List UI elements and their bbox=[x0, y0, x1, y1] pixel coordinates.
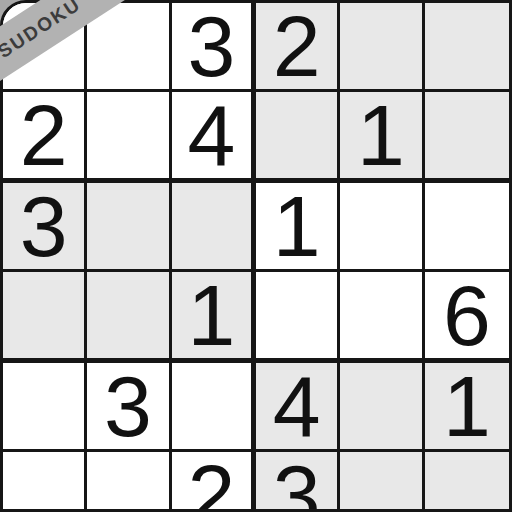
cell-r4c3[interactable]: 1 bbox=[172, 272, 256, 363]
cell-r5c3[interactable] bbox=[172, 363, 256, 452]
cell-r4c4[interactable] bbox=[256, 272, 340, 363]
cell-r1c3[interactable]: 3 bbox=[172, 3, 256, 92]
cell-r3c2[interactable] bbox=[87, 183, 171, 272]
sudoku-board: 32241311634123 bbox=[0, 0, 512, 512]
cell-r3c6[interactable] bbox=[425, 183, 509, 272]
cell-r4c2[interactable] bbox=[87, 272, 171, 363]
cell-r3c1[interactable]: 3 bbox=[3, 183, 87, 272]
cell-r1c4[interactable]: 2 bbox=[256, 3, 340, 92]
cell-r2c4[interactable] bbox=[256, 92, 340, 183]
cell-r3c3[interactable] bbox=[172, 183, 256, 272]
cell-r5c4[interactable]: 4 bbox=[256, 363, 340, 452]
cell-r4c5[interactable] bbox=[340, 272, 424, 363]
cell-r4c6[interactable]: 6 bbox=[425, 272, 509, 363]
cell-r5c1[interactable] bbox=[3, 363, 87, 452]
cell-r6c6[interactable] bbox=[425, 452, 509, 512]
cell-r6c1[interactable] bbox=[3, 452, 87, 512]
cell-r2c1[interactable]: 2 bbox=[3, 92, 87, 183]
cell-r2c6[interactable] bbox=[425, 92, 509, 183]
cell-r6c2[interactable] bbox=[87, 452, 171, 512]
cell-r2c5[interactable]: 1 bbox=[340, 92, 424, 183]
sudoku-app-icon: 32241311634123 SUDOKU bbox=[0, 0, 512, 512]
cell-r1c5[interactable] bbox=[340, 3, 424, 92]
cell-r6c3[interactable]: 2 bbox=[172, 452, 256, 512]
cell-r3c4[interactable]: 1 bbox=[256, 183, 340, 272]
cell-r3c5[interactable] bbox=[340, 183, 424, 272]
cell-r6c5[interactable] bbox=[340, 452, 424, 512]
cell-r2c2[interactable] bbox=[87, 92, 171, 183]
cell-r4c1[interactable] bbox=[3, 272, 87, 363]
cell-r1c6[interactable] bbox=[425, 3, 509, 92]
cell-r5c5[interactable] bbox=[340, 363, 424, 452]
cell-r5c2[interactable]: 3 bbox=[87, 363, 171, 452]
cell-r6c4[interactable]: 3 bbox=[256, 452, 340, 512]
cell-r5c6[interactable]: 1 bbox=[425, 363, 509, 452]
cell-r1c2[interactable] bbox=[87, 3, 171, 92]
cell-r2c3[interactable]: 4 bbox=[172, 92, 256, 183]
